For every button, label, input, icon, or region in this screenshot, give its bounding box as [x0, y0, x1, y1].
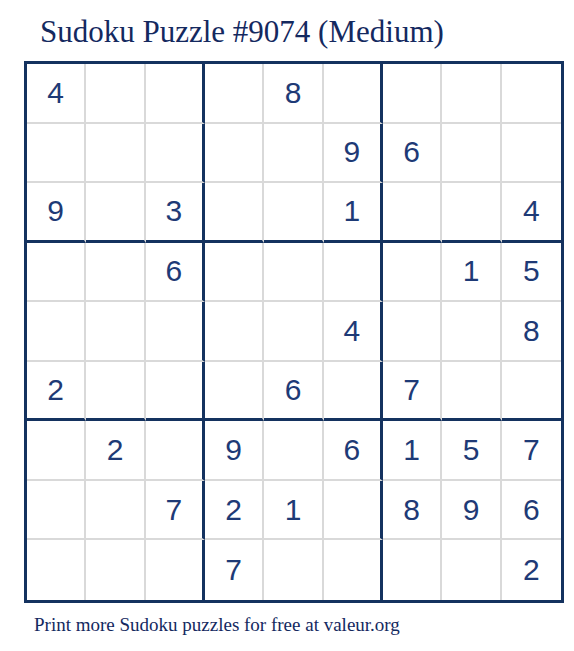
cell-r4c8: 1 — [442, 243, 501, 303]
cell-r4c4 — [205, 243, 264, 303]
cell-r8c2 — [86, 481, 145, 541]
cell-r5c8 — [442, 302, 501, 362]
cell-r9c5 — [264, 540, 323, 600]
cell-r5c3 — [146, 302, 205, 362]
cell-r3c3: 3 — [146, 183, 205, 243]
cell-r1c5: 8 — [264, 64, 323, 124]
cell-r9c4: 7 — [205, 540, 264, 600]
cell-r9c9: 2 — [502, 540, 561, 600]
cell-r7c5 — [264, 421, 323, 481]
cell-r5c6: 4 — [324, 302, 383, 362]
cell-r7c3 — [146, 421, 205, 481]
cell-r1c3 — [146, 64, 205, 124]
cell-r1c1: 4 — [27, 64, 86, 124]
cell-r8c6 — [324, 481, 383, 541]
cell-r1c6 — [324, 64, 383, 124]
cell-r1c8 — [442, 64, 501, 124]
cell-r9c6 — [324, 540, 383, 600]
cell-r4c5 — [264, 243, 323, 303]
cell-r3c7 — [383, 183, 442, 243]
cell-r8c8: 9 — [442, 481, 501, 541]
cell-r1c2 — [86, 64, 145, 124]
cell-r5c5 — [264, 302, 323, 362]
cell-r8c1 — [27, 481, 86, 541]
cell-r6c4 — [205, 362, 264, 422]
cell-r7c1 — [27, 421, 86, 481]
cell-r8c9: 6 — [502, 481, 561, 541]
cell-r2c9 — [502, 124, 561, 184]
cell-r6c9 — [502, 362, 561, 422]
cell-r2c4 — [205, 124, 264, 184]
puzzle-page: Sudoku Puzzle #9074 (Medium) 48969314615… — [0, 0, 574, 651]
cell-r7c6: 6 — [324, 421, 383, 481]
cell-r5c7 — [383, 302, 442, 362]
cell-r7c2: 2 — [86, 421, 145, 481]
cell-r5c9: 8 — [502, 302, 561, 362]
cell-r9c8 — [442, 540, 501, 600]
cell-r9c2 — [86, 540, 145, 600]
cell-r1c9 — [502, 64, 561, 124]
cell-r4c6 — [324, 243, 383, 303]
cell-r2c3 — [146, 124, 205, 184]
cell-r6c7: 7 — [383, 362, 442, 422]
cell-r7c4: 9 — [205, 421, 264, 481]
footer-text: Print more Sudoku puzzles for free at va… — [34, 614, 400, 636]
cell-r8c3: 7 — [146, 481, 205, 541]
cell-r7c8: 5 — [442, 421, 501, 481]
cell-r5c4 — [205, 302, 264, 362]
cell-r6c3 — [146, 362, 205, 422]
cell-r3c4 — [205, 183, 264, 243]
cell-r3c6: 1 — [324, 183, 383, 243]
cell-r9c7 — [383, 540, 442, 600]
cell-r5c1 — [27, 302, 86, 362]
cell-r6c5: 6 — [264, 362, 323, 422]
cell-r9c3 — [146, 540, 205, 600]
cell-r7c9: 7 — [502, 421, 561, 481]
cell-r7c7: 1 — [383, 421, 442, 481]
cell-r8c7: 8 — [383, 481, 442, 541]
cell-r4c2 — [86, 243, 145, 303]
cell-r4c9: 5 — [502, 243, 561, 303]
cell-r2c7: 6 — [383, 124, 442, 184]
cell-r9c1 — [27, 540, 86, 600]
page-title: Sudoku Puzzle #9074 (Medium) — [40, 14, 444, 50]
cell-r2c8 — [442, 124, 501, 184]
cell-r1c7 — [383, 64, 442, 124]
cell-r2c2 — [86, 124, 145, 184]
cell-r4c3: 6 — [146, 243, 205, 303]
cell-r1c4 — [205, 64, 264, 124]
cell-r4c7 — [383, 243, 442, 303]
cell-r3c2 — [86, 183, 145, 243]
cell-r6c1: 2 — [27, 362, 86, 422]
sudoku-board: 489693146154826729615772189672 — [24, 61, 564, 603]
cell-r3c9: 4 — [502, 183, 561, 243]
cell-r2c6: 9 — [324, 124, 383, 184]
cell-r3c1: 9 — [27, 183, 86, 243]
cell-r5c2 — [86, 302, 145, 362]
cell-r4c1 — [27, 243, 86, 303]
cell-r8c4: 2 — [205, 481, 264, 541]
cell-r6c2 — [86, 362, 145, 422]
cell-r2c5 — [264, 124, 323, 184]
cell-r6c8 — [442, 362, 501, 422]
cell-r3c8 — [442, 183, 501, 243]
cell-r6c6 — [324, 362, 383, 422]
cell-r2c1 — [27, 124, 86, 184]
cell-r3c5 — [264, 183, 323, 243]
cell-r8c5: 1 — [264, 481, 323, 541]
